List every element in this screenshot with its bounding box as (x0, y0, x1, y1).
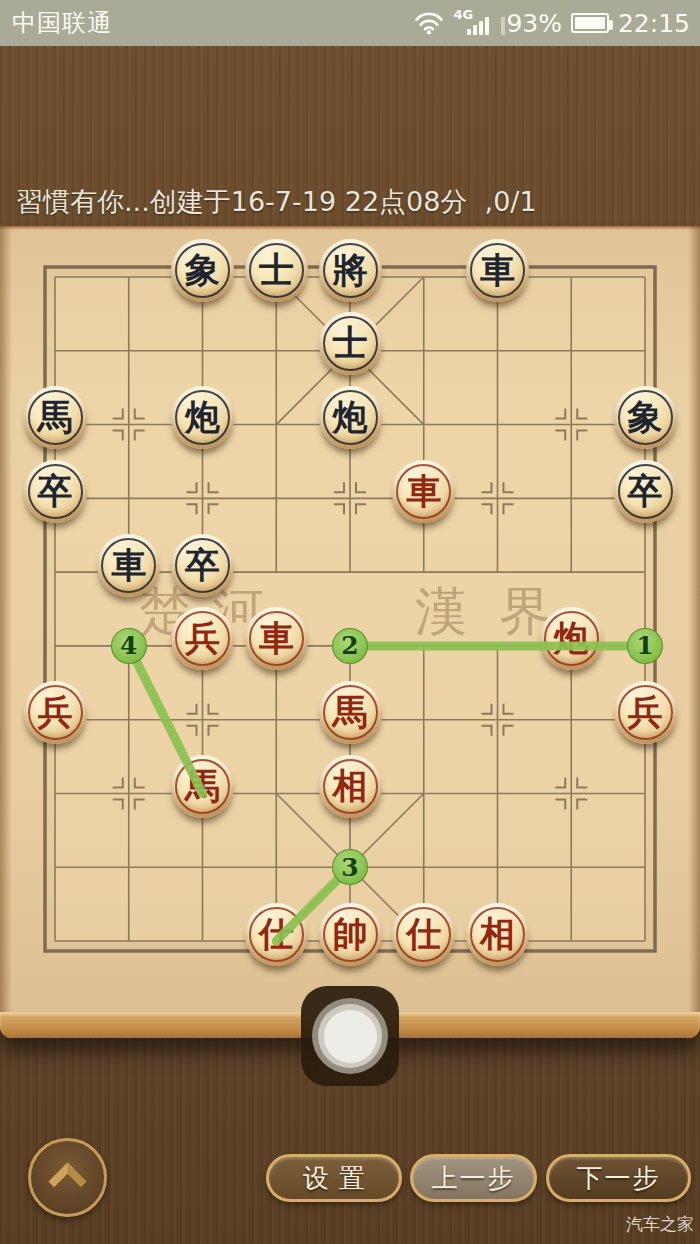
piece-glyph: 卒 (38, 473, 73, 508)
piece-glyph: 將 (333, 252, 368, 287)
piece-red-馬-f3r3[interactable]: 馬 (171, 755, 234, 818)
move-number-marker-2: 2 (332, 628, 368, 664)
piece-glyph: 相 (333, 768, 368, 803)
carrier-label: 中国联通 (12, 7, 112, 39)
piece-glyph: 炮 (185, 399, 220, 434)
piece-glyph: 兵 (185, 620, 220, 655)
piece-red-兵-f1r4[interactable]: 兵 (24, 681, 87, 744)
piece-glyph: 仕 (406, 916, 441, 951)
piece-glyph: 車 (480, 252, 515, 287)
piece-red-相-f7r1[interactable]: 相 (466, 903, 529, 966)
piece-black-卒-f9r7[interactable]: 卒 (614, 460, 677, 523)
piece-black-象-f9r8[interactable]: 象 (614, 386, 677, 449)
piece-black-馬-f1r8[interactable]: 馬 (24, 386, 87, 449)
piece-glyph: 相 (480, 916, 515, 951)
wifi-icon (414, 11, 444, 35)
record-dot (324, 1010, 377, 1063)
piece-glyph: 仕 (259, 916, 294, 951)
previous-step-button[interactable]: 上一步 (410, 1154, 537, 1202)
chevron-up-icon (48, 1162, 86, 1200)
piece-glyph: 兵 (628, 694, 663, 729)
piece-black-象-f3r10[interactable]: 象 (171, 239, 234, 302)
watermark: 汽车之家 (626, 1213, 694, 1236)
piece-glyph: 炮 (554, 620, 589, 655)
piece-black-炮-f5r8[interactable]: 炮 (319, 386, 382, 449)
piece-glyph: 士 (259, 252, 294, 287)
piece-black-士-f5r9[interactable]: 士 (319, 312, 382, 375)
move-number-marker-1: 1 (627, 628, 663, 664)
piece-black-車-f7r10[interactable]: 車 (466, 239, 529, 302)
expand-up-button[interactable] (28, 1138, 107, 1217)
piece-red-仕-f4r1[interactable]: 仕 (245, 903, 308, 966)
piece-red-車-f4r5[interactable]: 車 (245, 607, 308, 670)
piece-black-炮-f3r8[interactable]: 炮 (171, 386, 234, 449)
signal-icon: 4G (453, 8, 497, 38)
piece-glyph: 卒 (185, 547, 220, 582)
piece-black-卒-f1r7[interactable]: 卒 (24, 460, 87, 523)
battery-icon (571, 13, 609, 33)
piece-glyph: 車 (406, 473, 441, 508)
piece-glyph: 馬 (333, 694, 368, 729)
xiangqi-board[interactable]: 楚 河 漢 界 象士將車士馬炮炮象卒車卒車卒兵車炮兵馬兵馬相仕帥仕相 1234 (0, 226, 700, 1038)
piece-glyph: 馬 (38, 399, 73, 434)
record-ring-outer (312, 998, 388, 1074)
status-icons: 4G 93% 22:15 (414, 8, 690, 38)
piece-red-兵-f3r5[interactable]: 兵 (171, 607, 234, 670)
piece-glyph: 炮 (333, 399, 368, 434)
piece-glyph: 士 (333, 325, 368, 360)
river-text-han: 漢 (415, 581, 467, 641)
clock: 22:15 (618, 9, 690, 38)
piece-glyph: 車 (259, 620, 294, 655)
move-number-marker-4: 4 (111, 628, 147, 664)
piece-red-車-f6r7[interactable]: 車 (392, 460, 455, 523)
piece-glyph: 卒 (628, 473, 663, 508)
battery-percent: 93% (506, 9, 562, 38)
record-button[interactable] (301, 986, 399, 1086)
piece-red-相-f5r3[interactable]: 相 (319, 755, 382, 818)
piece-red-兵-f9r4[interactable]: 兵 (614, 681, 677, 744)
piece-glyph: 馬 (185, 768, 220, 803)
piece-red-仕-f6r1[interactable]: 仕 (392, 903, 455, 966)
piece-black-將-f5r10[interactable]: 將 (319, 239, 382, 302)
piece-red-帥-f5r1[interactable]: 帥 (319, 903, 382, 966)
status-bar: 中国联通 4G 93% 22:15 (0, 0, 700, 46)
phone-screen: 中国联通 4G 93% 22:15 習慣 (0, 0, 700, 1244)
piece-glyph: 象 (628, 399, 663, 434)
piece-red-炮-f8r5[interactable]: 炮 (540, 607, 603, 670)
piece-black-車-f2r6[interactable]: 車 (97, 534, 160, 597)
piece-glyph: 帥 (333, 916, 368, 951)
move-number-marker-3: 3 (332, 849, 368, 885)
piece-black-卒-f3r6[interactable]: 卒 (171, 534, 234, 597)
piece-glyph: 車 (111, 547, 146, 582)
game-title: 習慣有你...创建于16-7-19 22点08分 ,0/1 (16, 184, 537, 220)
piece-black-士-f4r10[interactable]: 士 (245, 239, 308, 302)
next-step-button[interactable]: 下一步 (546, 1154, 691, 1202)
record-ring-mid (318, 1004, 382, 1068)
piece-red-馬-f5r4[interactable]: 馬 (319, 681, 382, 744)
signal-bars (467, 17, 489, 35)
piece-glyph: 象 (185, 252, 220, 287)
piece-glyph: 兵 (38, 694, 73, 729)
settings-button[interactable]: 设置 (266, 1154, 402, 1202)
